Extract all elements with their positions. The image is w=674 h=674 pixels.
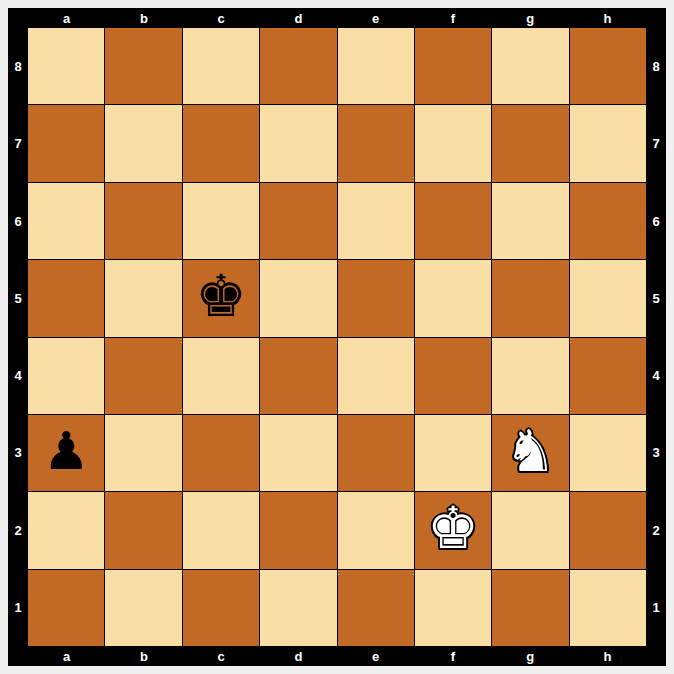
square-h5[interactable] <box>570 260 646 336</box>
square-c2[interactable] <box>183 492 259 568</box>
file-labels-bottom: abcdefgh <box>28 646 646 666</box>
rank-label-8: 8 <box>8 28 28 105</box>
file-label-h: h <box>569 646 646 666</box>
rank-label-8: 8 <box>646 28 666 105</box>
square-f7[interactable] <box>415 105 491 181</box>
square-b4[interactable] <box>105 338 181 414</box>
square-a8[interactable] <box>28 28 104 104</box>
rank-label-5: 5 <box>646 260 666 337</box>
square-d6[interactable] <box>260 183 336 259</box>
square-g1[interactable] <box>492 570 568 646</box>
square-h7[interactable] <box>570 105 646 181</box>
page-background: abcdefgh abcdefgh 87654321 87654321 ♚♟♞♚ <box>0 0 674 674</box>
white-king-f2[interactable]: ♚ <box>427 499 479 557</box>
square-f6[interactable] <box>415 183 491 259</box>
square-a4[interactable] <box>28 338 104 414</box>
square-e7[interactable] <box>338 105 414 181</box>
rank-label-1: 1 <box>646 569 666 646</box>
file-label-d: d <box>260 646 337 666</box>
square-h1[interactable] <box>570 570 646 646</box>
rank-label-7: 7 <box>8 105 28 182</box>
rank-label-4: 4 <box>646 337 666 414</box>
square-a7[interactable] <box>28 105 104 181</box>
black-king-c5[interactable]: ♚ <box>195 267 247 325</box>
white-knight-g3[interactable]: ♞ <box>504 422 556 480</box>
file-label-a: a <box>28 8 105 28</box>
square-e4[interactable] <box>338 338 414 414</box>
square-f2[interactable]: ♚ <box>415 492 491 568</box>
square-h8[interactable] <box>570 28 646 104</box>
rank-label-5: 5 <box>8 260 28 337</box>
square-e6[interactable] <box>338 183 414 259</box>
square-e1[interactable] <box>338 570 414 646</box>
file-label-f: f <box>414 646 491 666</box>
black-pawn-a3[interactable]: ♟ <box>43 425 90 477</box>
rank-label-2: 2 <box>8 492 28 569</box>
square-c8[interactable] <box>183 28 259 104</box>
square-f8[interactable] <box>415 28 491 104</box>
square-d4[interactable] <box>260 338 336 414</box>
board-frame: abcdefgh abcdefgh 87654321 87654321 ♚♟♞♚ <box>8 8 666 666</box>
file-labels-top: abcdefgh <box>28 8 646 28</box>
square-d7[interactable] <box>260 105 336 181</box>
square-b5[interactable] <box>105 260 181 336</box>
rank-label-1: 1 <box>8 569 28 646</box>
square-d3[interactable] <box>260 415 336 491</box>
square-f4[interactable] <box>415 338 491 414</box>
file-label-d: d <box>260 8 337 28</box>
square-g7[interactable] <box>492 105 568 181</box>
square-h4[interactable] <box>570 338 646 414</box>
square-d2[interactable] <box>260 492 336 568</box>
square-h2[interactable] <box>570 492 646 568</box>
square-e2[interactable] <box>338 492 414 568</box>
square-g5[interactable] <box>492 260 568 336</box>
square-c3[interactable] <box>183 415 259 491</box>
square-g6[interactable] <box>492 183 568 259</box>
square-b6[interactable] <box>105 183 181 259</box>
file-label-g: g <box>492 646 569 666</box>
square-a3[interactable]: ♟ <box>28 415 104 491</box>
square-a6[interactable] <box>28 183 104 259</box>
rank-labels-left: 87654321 <box>8 28 28 646</box>
square-a1[interactable] <box>28 570 104 646</box>
square-d5[interactable] <box>260 260 336 336</box>
square-b1[interactable] <box>105 570 181 646</box>
chess-board: ♚♟♞♚ <box>28 28 646 646</box>
square-b3[interactable] <box>105 415 181 491</box>
square-e8[interactable] <box>338 28 414 104</box>
rank-label-6: 6 <box>646 183 666 260</box>
square-c5[interactable]: ♚ <box>183 260 259 336</box>
square-a5[interactable] <box>28 260 104 336</box>
rank-label-6: 6 <box>8 183 28 260</box>
square-c6[interactable] <box>183 183 259 259</box>
file-label-h: h <box>569 8 646 28</box>
rank-labels-right: 87654321 <box>646 28 666 646</box>
square-g2[interactable] <box>492 492 568 568</box>
file-label-f: f <box>414 8 491 28</box>
rank-label-4: 4 <box>8 337 28 414</box>
file-label-a: a <box>28 646 105 666</box>
rank-label-7: 7 <box>646 105 666 182</box>
square-d8[interactable] <box>260 28 336 104</box>
rank-label-3: 3 <box>646 414 666 491</box>
square-g3[interactable]: ♞ <box>492 415 568 491</box>
rank-label-2: 2 <box>646 492 666 569</box>
file-label-c: c <box>183 8 260 28</box>
file-label-b: b <box>105 8 182 28</box>
file-label-e: e <box>337 646 414 666</box>
square-c4[interactable] <box>183 338 259 414</box>
square-f3[interactable] <box>415 415 491 491</box>
file-label-g: g <box>492 8 569 28</box>
square-h6[interactable] <box>570 183 646 259</box>
square-e5[interactable] <box>338 260 414 336</box>
file-label-e: e <box>337 8 414 28</box>
square-h3[interactable] <box>570 415 646 491</box>
square-f1[interactable] <box>415 570 491 646</box>
file-label-c: c <box>183 646 260 666</box>
square-b7[interactable] <box>105 105 181 181</box>
square-e3[interactable] <box>338 415 414 491</box>
square-g4[interactable] <box>492 338 568 414</box>
square-c1[interactable] <box>183 570 259 646</box>
square-g8[interactable] <box>492 28 568 104</box>
square-c7[interactable] <box>183 105 259 181</box>
square-a2[interactable] <box>28 492 104 568</box>
rank-label-3: 3 <box>8 414 28 491</box>
square-b8[interactable] <box>105 28 181 104</box>
file-label-b: b <box>105 646 182 666</box>
square-d1[interactable] <box>260 570 336 646</box>
square-b2[interactable] <box>105 492 181 568</box>
square-f5[interactable] <box>415 260 491 336</box>
